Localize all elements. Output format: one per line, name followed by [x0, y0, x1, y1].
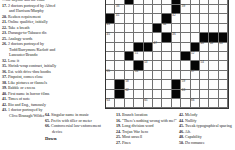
grid-cell[interactable] — [144, 5, 153, 14]
cell-number: 56 — [135, 70, 138, 73]
cell-number: 38 — [116, 5, 119, 8]
grid-cell[interactable] — [191, 33, 200, 42]
grid-cell[interactable] — [106, 43, 115, 52]
grid-cell[interactable]: 56 — [134, 71, 143, 80]
cell-number: 44 — [163, 23, 166, 26]
grid-cell[interactable] — [209, 24, 218, 33]
grid-cell[interactable] — [181, 99, 190, 108]
black-cell — [125, 52, 134, 61]
grid-cell[interactable] — [191, 5, 200, 14]
grid-cell[interactable] — [153, 99, 162, 108]
grid-cell[interactable]: 52 — [191, 52, 200, 61]
grid-cell[interactable] — [153, 14, 162, 23]
black-cell — [115, 80, 124, 89]
grid-cell[interactable] — [106, 5, 115, 14]
grid-cell[interactable] — [115, 43, 124, 52]
cell-number: 53 — [144, 61, 147, 64]
grid-cell[interactable] — [172, 43, 181, 52]
black-cell — [172, 90, 181, 99]
down-section-header: Down — [45, 136, 111, 142]
grid-cell[interactable] — [219, 24, 228, 33]
grid-cell[interactable] — [181, 61, 190, 70]
grid-cell[interactable] — [125, 24, 134, 33]
grid-cell[interactable] — [191, 24, 200, 33]
grid-cell[interactable] — [162, 5, 171, 14]
grid-cell[interactable] — [209, 52, 218, 61]
cell-number: 42 — [172, 14, 175, 17]
clue-item: 26. 2 doctors portrayed by Todd/Barrymor… — [2, 41, 60, 58]
clue-text: Alt. — [184, 129, 191, 134]
clue-text: Most unwell — [121, 134, 142, 139]
crossword-grid: 3336383941424344454647484950515253545556… — [105, 0, 229, 109]
grid-cell[interactable]: 63 — [181, 90, 190, 99]
grid-cell[interactable] — [144, 71, 153, 80]
grid-cell[interactable]: 54 — [200, 61, 209, 70]
clue-text: First name in horror films — [7, 91, 49, 96]
cell-number: 45 — [107, 33, 110, 36]
grid-cell[interactable] — [134, 99, 143, 108]
grid-cell[interactable] — [144, 80, 153, 89]
clue-text: Pinpoint, comes close — [7, 74, 43, 79]
grid-cell[interactable] — [134, 90, 143, 99]
grid-cell[interactable] — [181, 24, 190, 33]
black-cell — [162, 33, 171, 42]
grid-cell[interactable] — [200, 71, 209, 80]
grid-cell[interactable] — [219, 14, 228, 23]
clue-text: Melody — [184, 112, 197, 117]
grid-cell[interactable]: 47 — [153, 43, 162, 52]
grid-cell[interactable]: 46 — [172, 33, 181, 42]
cell-number: 46 — [172, 33, 175, 36]
cell-number: 49 — [210, 42, 213, 45]
grid-cell[interactable] — [200, 90, 209, 99]
clue-text: Trojan War hero — [121, 129, 148, 134]
cell-number: 55 — [107, 70, 110, 73]
clue-text: "There's nothing wrong with me!" — [121, 118, 177, 123]
grid-cell[interactable] — [134, 24, 143, 33]
grid-cell[interactable] — [125, 99, 134, 108]
grid-cell[interactable]: 49 — [209, 43, 218, 52]
clue-text: Reuben requirement — [7, 14, 41, 19]
grid-cell[interactable] — [115, 61, 124, 70]
grid-cell[interactable] — [181, 14, 190, 23]
grid-cell[interactable]: 64 — [106, 99, 115, 108]
grid-cell[interactable] — [134, 14, 143, 23]
grid-cell[interactable] — [144, 33, 153, 42]
black-cell — [144, 43, 153, 52]
clue-text: Like pictures or flannels — [7, 80, 47, 85]
clue-item: 50. Do romance — [179, 140, 233, 146]
grid-cell[interactable]: 55 — [106, 71, 115, 80]
grid-cell[interactable]: 62 — [125, 90, 134, 99]
cell-number: 51 — [135, 52, 138, 55]
grid-cell[interactable] — [162, 52, 171, 61]
grid-cell[interactable] — [144, 14, 153, 23]
grid-cell[interactable] — [209, 14, 218, 23]
grid-cell[interactable] — [115, 52, 124, 61]
grid-cell[interactable] — [106, 52, 115, 61]
grid-cell[interactable] — [125, 43, 134, 52]
grid-cell[interactable] — [134, 80, 143, 89]
grid-cell[interactable]: 65 — [144, 99, 153, 108]
grid-cell[interactable]: 53 — [144, 61, 153, 70]
clue-text: Durango-to-Tabasco dir. — [7, 30, 47, 35]
clue-text: Babble or excess — [7, 85, 35, 90]
grid-cell[interactable] — [125, 33, 134, 42]
grid-cell[interactable] — [115, 33, 124, 42]
grid-cell[interactable] — [153, 80, 162, 89]
grid-cell[interactable]: 66 — [191, 99, 200, 108]
clue-item: 66. Controversial law-enforcement device — [45, 123, 111, 134]
clue-text: 2 doctors portrayed by Alfred and Harris… — [7, 3, 55, 14]
grid-cell[interactable]: 42 — [172, 14, 181, 23]
grid-cell[interactable] — [172, 52, 181, 61]
cell-number: 59 — [182, 80, 185, 83]
cell-number: 63 — [182, 89, 185, 92]
grid-cell[interactable] — [181, 43, 190, 52]
grid-cell[interactable] — [125, 14, 134, 23]
grid-cell[interactable]: 50 — [219, 43, 228, 52]
clue-text: Bio and Eng., famously — [7, 102, 46, 107]
clue-text: Take a breath — [7, 25, 29, 30]
grid-cell[interactable] — [162, 90, 171, 99]
clue-text: Capability — [184, 134, 202, 139]
bottom-clues-column-down-1: 13. Branch location16. "There's nothing … — [116, 112, 177, 145]
bottom-clues-column-across-end: 64. Singular name in music65. Prefix wit… — [45, 112, 111, 142]
grid-cell[interactable] — [200, 24, 209, 33]
grid-cell[interactable] — [219, 80, 228, 89]
clue-text: Do romance — [184, 140, 205, 145]
black-cell — [181, 52, 190, 61]
clue-text: Controversial law-enforcement device — [50, 123, 101, 134]
grid-cell[interactable] — [219, 5, 228, 14]
grid-cell[interactable]: 44 — [162, 24, 171, 33]
clue-text: Nullify — [184, 118, 197, 123]
clue-text: Lose it — [7, 58, 19, 63]
grid-cell[interactable] — [153, 5, 162, 14]
grid-cell[interactable] — [191, 80, 200, 89]
cell-number: 57 — [191, 70, 194, 73]
clue-text: Online qualifier, initially — [7, 19, 48, 24]
cell-number: 47 — [154, 42, 157, 45]
grid-cell[interactable] — [134, 5, 143, 14]
grid-cell[interactable] — [200, 14, 209, 23]
grid-cell[interactable] — [153, 61, 162, 70]
grid-cell[interactable] — [125, 61, 134, 70]
clue-text: Long division word — [121, 123, 154, 128]
grid-cell[interactable] — [209, 5, 218, 14]
grid-cell[interactable] — [134, 33, 143, 42]
grid-cell[interactable] — [115, 24, 124, 33]
grid-cell[interactable]: 51 — [134, 52, 143, 61]
black-cell — [172, 80, 181, 89]
grid-cell[interactable]: 39 — [181, 5, 190, 14]
grid-cell[interactable] — [172, 71, 181, 80]
cell-number: 52 — [191, 52, 194, 55]
grid-cell[interactable] — [106, 80, 115, 89]
grid-cell[interactable] — [125, 5, 134, 14]
clue-text: Prefix with tiller or meter — [50, 118, 92, 123]
grid-cell[interactable]: 57 — [191, 71, 200, 80]
grid-cell[interactable] — [144, 24, 153, 33]
grid-cell[interactable] — [200, 5, 209, 14]
cell-number: 66 — [191, 99, 194, 102]
grid-cell[interactable] — [162, 61, 171, 70]
clue-text: Shrink-wrap contract, initially — [7, 63, 56, 68]
grid-cell[interactable] — [162, 71, 171, 80]
cell-number: 39 — [182, 5, 185, 8]
grid-cell[interactable] — [209, 80, 218, 89]
clue-text: Tweak typographical spacing — [184, 123, 232, 128]
cell-number: 48 — [201, 42, 204, 45]
grid-cell[interactable] — [200, 80, 209, 89]
grid-cell[interactable] — [219, 90, 228, 99]
grid-cell[interactable] — [219, 71, 228, 80]
clue-text: 1 doctor portrayed by Clive/Branagh/Wild… — [7, 107, 44, 118]
clue-text: 2 doctors portrayed by Todd/Barrymore/Ka… — [7, 41, 55, 57]
clue-item: 17. 2 doctors portrayed by Alfred and Ha… — [2, 3, 60, 14]
grid-cell[interactable] — [162, 43, 171, 52]
grid-cell[interactable] — [162, 99, 171, 108]
grid-cell[interactable] — [181, 33, 190, 42]
clue-text: Pines — [121, 140, 131, 145]
clue-text: Est. with drive-thru booths — [7, 69, 51, 74]
grid-cell[interactable] — [219, 52, 228, 61]
grid-cell[interactable]: 48 — [200, 43, 209, 52]
cell-number: 62 — [125, 89, 128, 92]
grid-cell[interactable] — [115, 71, 124, 80]
grid-cell[interactable] — [219, 99, 228, 108]
grid-cell[interactable] — [162, 80, 171, 89]
clue-item: 27. Pines — [116, 140, 177, 146]
grid-cell[interactable] — [172, 99, 181, 108]
clue-text: Branch location — [121, 112, 147, 117]
grid-cell[interactable] — [209, 90, 218, 99]
grid-cell[interactable] — [115, 99, 124, 108]
across-clues-column: …for anyone and the chair17. 2 doctors p… — [2, 0, 60, 118]
cell-number: 54 — [201, 61, 204, 64]
grid-cell[interactable] — [209, 99, 218, 108]
grid-cell[interactable] — [191, 14, 200, 23]
grid-cell[interactable] — [209, 71, 218, 80]
grid-cell[interactable] — [209, 61, 218, 70]
grid-cell[interactable] — [153, 71, 162, 80]
grid-cell[interactable] — [219, 61, 228, 70]
cell-number: 64 — [107, 99, 110, 102]
grid-cell[interactable] — [200, 99, 209, 108]
grid-cell[interactable] — [172, 61, 181, 70]
clue-text: Singular name in music — [50, 112, 89, 117]
black-cell — [115, 90, 124, 99]
grid-cell[interactable]: 45 — [106, 33, 115, 42]
cell-number: 50 — [219, 42, 222, 45]
clue-text: Times of note — [7, 96, 30, 101]
grid-cell[interactable] — [153, 52, 162, 61]
cell-number: 65 — [144, 99, 147, 102]
cell-number: 41 — [116, 14, 119, 17]
bottom-clues-column-down-2: 42. Melody44. Nullify45. Tweak typograph… — [179, 112, 233, 145]
clue-text: Analogy words — [7, 36, 32, 41]
cell-number: 43 — [107, 23, 110, 26]
black-cell — [153, 24, 162, 33]
grid-cell[interactable] — [153, 90, 162, 99]
grid-cell[interactable]: 41 — [115, 14, 124, 23]
cell-number: 58 — [125, 80, 128, 83]
